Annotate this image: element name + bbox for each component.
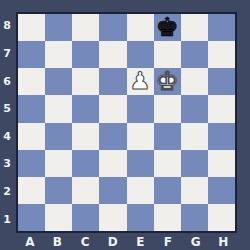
- square-a6[interactable]: [18, 68, 45, 95]
- square-h3[interactable]: [208, 150, 235, 177]
- square-h4[interactable]: [208, 123, 235, 150]
- square-e7[interactable]: [127, 41, 154, 68]
- square-g7[interactable]: [181, 41, 208, 68]
- square-f1[interactable]: [154, 204, 181, 231]
- square-d7[interactable]: [99, 41, 126, 68]
- square-d6[interactable]: [99, 68, 126, 95]
- rank-label-1: 1: [0, 205, 16, 233]
- square-e2[interactable]: [127, 177, 154, 204]
- square-g8[interactable]: [181, 14, 208, 41]
- square-a1[interactable]: [18, 204, 45, 231]
- square-c1[interactable]: [72, 204, 99, 231]
- square-c2[interactable]: [72, 177, 99, 204]
- square-d1[interactable]: [99, 204, 126, 231]
- square-h2[interactable]: [208, 177, 235, 204]
- rank-label-7: 7: [0, 40, 16, 68]
- square-d3[interactable]: [99, 150, 126, 177]
- file-label-f: F: [154, 233, 182, 250]
- rank-label-8: 8: [0, 12, 16, 40]
- square-f6[interactable]: ♚: [154, 68, 181, 95]
- square-c8[interactable]: [72, 14, 99, 41]
- file-label-d: D: [99, 233, 127, 250]
- square-b4[interactable]: [45, 123, 72, 150]
- file-label-h: H: [209, 233, 237, 250]
- rank-label-5: 5: [0, 95, 16, 123]
- square-d5[interactable]: [99, 95, 126, 122]
- square-c4[interactable]: [72, 123, 99, 150]
- square-f3[interactable]: [154, 150, 181, 177]
- square-a5[interactable]: [18, 95, 45, 122]
- square-b6[interactable]: [45, 68, 72, 95]
- black-king[interactable]: ♚: [156, 14, 179, 40]
- square-g3[interactable]: [181, 150, 208, 177]
- square-c5[interactable]: [72, 95, 99, 122]
- square-f8[interactable]: ♚: [154, 14, 181, 41]
- rank-label-2: 2: [0, 178, 16, 206]
- square-b7[interactable]: [45, 41, 72, 68]
- square-f5[interactable]: [154, 95, 181, 122]
- square-h6[interactable]: [208, 68, 235, 95]
- square-e1[interactable]: [127, 204, 154, 231]
- square-b2[interactable]: [45, 177, 72, 204]
- square-b3[interactable]: [45, 150, 72, 177]
- file-label-a: A: [16, 233, 44, 250]
- square-h1[interactable]: [208, 204, 235, 231]
- square-g1[interactable]: [181, 204, 208, 231]
- square-b1[interactable]: [45, 204, 72, 231]
- chess-diagram: 87654321 ♚♟♚ ABCDEFGH: [0, 0, 250, 250]
- square-a2[interactable]: [18, 177, 45, 204]
- square-g6[interactable]: [181, 68, 208, 95]
- square-a4[interactable]: [18, 123, 45, 150]
- square-b5[interactable]: [45, 95, 72, 122]
- file-label-g: G: [182, 233, 210, 250]
- square-b8[interactable]: [45, 14, 72, 41]
- square-e3[interactable]: [127, 150, 154, 177]
- square-f4[interactable]: [154, 123, 181, 150]
- file-label-c: C: [71, 233, 99, 250]
- square-e8[interactable]: [127, 14, 154, 41]
- file-labels: ABCDEFGH: [16, 233, 237, 250]
- square-c3[interactable]: [72, 150, 99, 177]
- square-h5[interactable]: [208, 95, 235, 122]
- rank-label-4: 4: [0, 123, 16, 151]
- square-f7[interactable]: [154, 41, 181, 68]
- white-king[interactable]: ♚: [156, 68, 179, 94]
- square-g5[interactable]: [181, 95, 208, 122]
- square-a8[interactable]: [18, 14, 45, 41]
- square-h7[interactable]: [208, 41, 235, 68]
- square-a7[interactable]: [18, 41, 45, 68]
- square-g4[interactable]: [181, 123, 208, 150]
- board: ♚♟♚: [16, 12, 237, 233]
- square-h8[interactable]: [208, 14, 235, 41]
- square-c6[interactable]: [72, 68, 99, 95]
- square-e4[interactable]: [127, 123, 154, 150]
- file-label-b: B: [44, 233, 72, 250]
- white-pawn[interactable]: ♟: [129, 69, 151, 93]
- rank-label-6: 6: [0, 67, 16, 95]
- square-c7[interactable]: [72, 41, 99, 68]
- rank-labels: 87654321: [0, 12, 16, 233]
- square-a3[interactable]: [18, 150, 45, 177]
- square-g2[interactable]: [181, 177, 208, 204]
- file-label-e: E: [127, 233, 155, 250]
- square-f2[interactable]: [154, 177, 181, 204]
- square-d2[interactable]: [99, 177, 126, 204]
- square-d4[interactable]: [99, 123, 126, 150]
- square-e6[interactable]: ♟: [127, 68, 154, 95]
- rank-label-3: 3: [0, 150, 16, 178]
- square-d8[interactable]: [99, 14, 126, 41]
- square-e5[interactable]: [127, 95, 154, 122]
